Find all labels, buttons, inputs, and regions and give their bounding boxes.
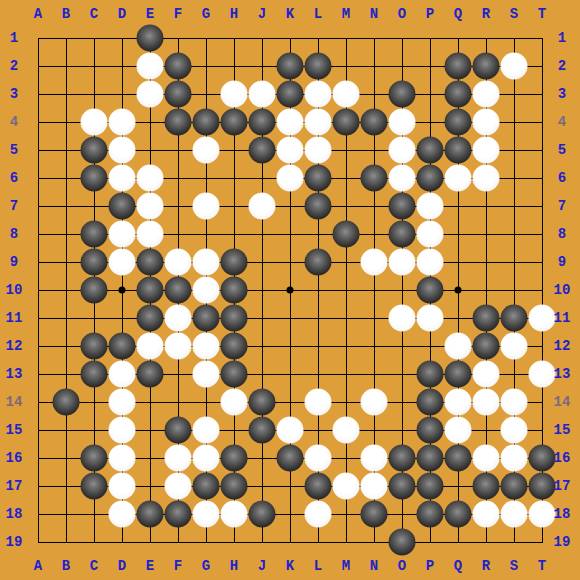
- row-label-right-9: 9: [558, 255, 566, 269]
- black-stone-G11[interactable]: [193, 305, 220, 332]
- white-stone-Q12[interactable]: [445, 333, 472, 360]
- row-label-right-14: 14: [554, 395, 571, 409]
- white-stone-D16[interactable]: [109, 445, 136, 472]
- white-stone-L5[interactable]: [305, 137, 332, 164]
- row-label-right-15: 15: [554, 423, 571, 437]
- row-label-left-4: 4: [10, 115, 18, 129]
- black-stone-J4[interactable]: [249, 109, 276, 136]
- row-label-left-11: 11: [6, 311, 23, 325]
- white-stone-S15[interactable]: [501, 417, 528, 444]
- black-stone-J14[interactable]: [249, 389, 276, 416]
- black-stone-L17[interactable]: [305, 473, 332, 500]
- row-label-right-18: 18: [554, 507, 571, 521]
- black-stone-P14[interactable]: [417, 389, 444, 416]
- black-stone-N4[interactable]: [361, 109, 388, 136]
- black-stone-C8[interactable]: [81, 221, 108, 248]
- black-stone-M4[interactable]: [333, 109, 360, 136]
- col-label-top-H: H: [230, 7, 238, 21]
- star-point-K10: [287, 287, 294, 294]
- white-stone-J7[interactable]: [249, 193, 276, 220]
- black-stone-Q3[interactable]: [445, 81, 472, 108]
- white-stone-P9[interactable]: [417, 249, 444, 276]
- black-stone-T16[interactable]: [529, 445, 556, 472]
- white-stone-L4[interactable]: [305, 109, 332, 136]
- white-stone-E7[interactable]: [137, 193, 164, 220]
- white-stone-G18[interactable]: [193, 501, 220, 528]
- white-stone-Q14[interactable]: [445, 389, 472, 416]
- white-stone-Q6[interactable]: [445, 165, 472, 192]
- black-stone-P18[interactable]: [417, 501, 444, 528]
- row-label-left-18: 18: [6, 507, 23, 521]
- black-stone-R12[interactable]: [473, 333, 500, 360]
- white-stone-S2[interactable]: [501, 53, 528, 80]
- go-board[interactable]: AABBCCDDEEFFGGHHJJKKLLMMNNOOPPQQRRSSTT11…: [0, 0, 580, 580]
- white-stone-R18[interactable]: [473, 501, 500, 528]
- black-stone-H4[interactable]: [221, 109, 248, 136]
- white-stone-R14[interactable]: [473, 389, 500, 416]
- white-stone-K15[interactable]: [277, 417, 304, 444]
- row-label-right-7: 7: [558, 199, 566, 213]
- row-label-right-1: 1: [558, 31, 566, 45]
- black-stone-K16[interactable]: [277, 445, 304, 472]
- col-label-top-R: R: [482, 7, 490, 21]
- black-stone-O16[interactable]: [389, 445, 416, 472]
- black-stone-E10[interactable]: [137, 277, 164, 304]
- black-stone-K2[interactable]: [277, 53, 304, 80]
- black-stone-F15[interactable]: [165, 417, 192, 444]
- black-stone-P15[interactable]: [417, 417, 444, 444]
- black-stone-L2[interactable]: [305, 53, 332, 80]
- white-stone-G13[interactable]: [193, 361, 220, 388]
- white-stone-O9[interactable]: [389, 249, 416, 276]
- white-stone-D14[interactable]: [109, 389, 136, 416]
- row-label-left-8: 8: [10, 227, 18, 241]
- black-stone-H17[interactable]: [221, 473, 248, 500]
- black-stone-E1[interactable]: [137, 25, 164, 52]
- white-stone-F16[interactable]: [165, 445, 192, 472]
- white-stone-O5[interactable]: [389, 137, 416, 164]
- white-stone-O6[interactable]: [389, 165, 416, 192]
- white-stone-H3[interactable]: [221, 81, 248, 108]
- black-stone-K3[interactable]: [277, 81, 304, 108]
- black-stone-F4[interactable]: [165, 109, 192, 136]
- col-label-top-P: P: [426, 7, 434, 21]
- row-label-left-16: 16: [6, 451, 23, 465]
- white-stone-G16[interactable]: [193, 445, 220, 472]
- row-label-right-19: 19: [554, 535, 571, 549]
- black-stone-E13[interactable]: [137, 361, 164, 388]
- col-label-bottom-P: P: [426, 559, 434, 573]
- col-label-top-B: B: [62, 7, 70, 21]
- col-label-bottom-R: R: [482, 559, 490, 573]
- black-stone-G17[interactable]: [193, 473, 220, 500]
- row-label-right-10: 10: [554, 283, 571, 297]
- black-stone-C6[interactable]: [81, 165, 108, 192]
- col-label-top-M: M: [342, 7, 350, 21]
- black-stone-N6[interactable]: [361, 165, 388, 192]
- col-label-bottom-K: K: [286, 559, 294, 573]
- black-stone-P17[interactable]: [417, 473, 444, 500]
- black-stone-T17[interactable]: [529, 473, 556, 500]
- white-stone-P8[interactable]: [417, 221, 444, 248]
- white-stone-S16[interactable]: [501, 445, 528, 472]
- white-stone-D4[interactable]: [109, 109, 136, 136]
- black-stone-C17[interactable]: [81, 473, 108, 500]
- row-label-right-17: 17: [554, 479, 571, 493]
- star-point-Q10: [455, 287, 462, 294]
- row-label-left-9: 9: [10, 255, 18, 269]
- white-stone-H14[interactable]: [221, 389, 248, 416]
- black-stone-O19[interactable]: [389, 529, 416, 556]
- black-stone-S17[interactable]: [501, 473, 528, 500]
- white-stone-M3[interactable]: [333, 81, 360, 108]
- black-stone-F10[interactable]: [165, 277, 192, 304]
- white-stone-S14[interactable]: [501, 389, 528, 416]
- white-stone-R16[interactable]: [473, 445, 500, 472]
- black-stone-H10[interactable]: [221, 277, 248, 304]
- black-stone-J15[interactable]: [249, 417, 276, 444]
- row-label-right-12: 12: [554, 339, 571, 353]
- white-stone-L14[interactable]: [305, 389, 332, 416]
- white-stone-F17[interactable]: [165, 473, 192, 500]
- white-stone-G7[interactable]: [193, 193, 220, 220]
- col-label-top-F: F: [174, 7, 182, 21]
- white-stone-G5[interactable]: [193, 137, 220, 164]
- black-stone-O7[interactable]: [389, 193, 416, 220]
- black-stone-O3[interactable]: [389, 81, 416, 108]
- white-stone-K6[interactable]: [277, 165, 304, 192]
- black-stone-C5[interactable]: [81, 137, 108, 164]
- row-label-left-17: 17: [6, 479, 23, 493]
- col-label-bottom-T: T: [538, 559, 546, 573]
- col-label-top-G: G: [202, 7, 210, 21]
- col-label-bottom-E: E: [146, 559, 154, 573]
- white-stone-D13[interactable]: [109, 361, 136, 388]
- col-label-bottom-D: D: [118, 559, 126, 573]
- white-stone-T11[interactable]: [529, 305, 556, 332]
- white-stone-L3[interactable]: [305, 81, 332, 108]
- white-stone-N14[interactable]: [361, 389, 388, 416]
- black-stone-F18[interactable]: [165, 501, 192, 528]
- col-label-bottom-C: C: [90, 559, 98, 573]
- black-stone-F2[interactable]: [165, 53, 192, 80]
- row-label-right-13: 13: [554, 367, 571, 381]
- white-stone-M17[interactable]: [333, 473, 360, 500]
- white-stone-P11[interactable]: [417, 305, 444, 332]
- black-stone-F3[interactable]: [165, 81, 192, 108]
- col-label-top-O: O: [398, 7, 406, 21]
- white-stone-D15[interactable]: [109, 417, 136, 444]
- col-label-bottom-M: M: [342, 559, 350, 573]
- col-label-top-J: J: [258, 7, 266, 21]
- row-label-right-6: 6: [558, 171, 566, 185]
- row-label-right-8: 8: [558, 227, 566, 241]
- row-label-left-5: 5: [10, 143, 18, 157]
- black-stone-P5[interactable]: [417, 137, 444, 164]
- row-label-left-19: 19: [6, 535, 23, 549]
- white-stone-K5[interactable]: [277, 137, 304, 164]
- white-stone-M15[interactable]: [333, 417, 360, 444]
- black-stone-O17[interactable]: [389, 473, 416, 500]
- black-stone-C12[interactable]: [81, 333, 108, 360]
- row-label-right-3: 3: [558, 87, 566, 101]
- black-stone-R11[interactable]: [473, 305, 500, 332]
- col-label-bottom-G: G: [202, 559, 210, 573]
- black-stone-Q13[interactable]: [445, 361, 472, 388]
- black-stone-C10[interactable]: [81, 277, 108, 304]
- black-stone-Q16[interactable]: [445, 445, 472, 472]
- white-stone-D8[interactable]: [109, 221, 136, 248]
- col-label-bottom-A: A: [34, 559, 42, 573]
- col-label-top-Q: Q: [454, 7, 462, 21]
- grid-line-horizontal: [38, 542, 543, 543]
- white-stone-J3[interactable]: [249, 81, 276, 108]
- white-stone-N9[interactable]: [361, 249, 388, 276]
- white-stone-E2[interactable]: [137, 53, 164, 80]
- black-stone-D7[interactable]: [109, 193, 136, 220]
- white-stone-G10[interactable]: [193, 277, 220, 304]
- white-stone-T13[interactable]: [529, 361, 556, 388]
- white-stone-L18[interactable]: [305, 501, 332, 528]
- black-stone-E18[interactable]: [137, 501, 164, 528]
- black-stone-H16[interactable]: [221, 445, 248, 472]
- black-stone-M8[interactable]: [333, 221, 360, 248]
- white-stone-R4[interactable]: [473, 109, 500, 136]
- white-stone-G15[interactable]: [193, 417, 220, 444]
- black-stone-L9[interactable]: [305, 249, 332, 276]
- col-label-top-L: L: [314, 7, 322, 21]
- white-stone-P7[interactable]: [417, 193, 444, 220]
- col-label-bottom-B: B: [62, 559, 70, 573]
- white-stone-E6[interactable]: [137, 165, 164, 192]
- star-point-D10: [119, 287, 126, 294]
- col-label-top-C: C: [90, 7, 98, 21]
- row-label-left-15: 15: [6, 423, 23, 437]
- row-label-left-6: 6: [10, 171, 18, 185]
- row-label-right-5: 5: [558, 143, 566, 157]
- black-stone-Q4[interactable]: [445, 109, 472, 136]
- white-stone-L16[interactable]: [305, 445, 332, 472]
- row-label-left-3: 3: [10, 87, 18, 101]
- white-stone-H18[interactable]: [221, 501, 248, 528]
- white-stone-S12[interactable]: [501, 333, 528, 360]
- white-stone-N16[interactable]: [361, 445, 388, 472]
- black-stone-O8[interactable]: [389, 221, 416, 248]
- col-label-top-K: K: [286, 7, 294, 21]
- black-stone-L7[interactable]: [305, 193, 332, 220]
- white-stone-E3[interactable]: [137, 81, 164, 108]
- row-label-left-10: 10: [6, 283, 23, 297]
- black-stone-Q5[interactable]: [445, 137, 472, 164]
- white-stone-E8[interactable]: [137, 221, 164, 248]
- grid-line-horizontal: [38, 318, 543, 319]
- white-stone-R5[interactable]: [473, 137, 500, 164]
- black-stone-H11[interactable]: [221, 305, 248, 332]
- col-label-bottom-S: S: [510, 559, 518, 573]
- black-stone-Q18[interactable]: [445, 501, 472, 528]
- white-stone-D9[interactable]: [109, 249, 136, 276]
- col-label-bottom-N: N: [370, 559, 378, 573]
- white-stone-O11[interactable]: [389, 305, 416, 332]
- col-label-top-T: T: [538, 7, 546, 21]
- white-stone-T18[interactable]: [529, 501, 556, 528]
- white-stone-D17[interactable]: [109, 473, 136, 500]
- white-stone-O4[interactable]: [389, 109, 416, 136]
- row-label-left-14: 14: [6, 395, 23, 409]
- white-stone-G9[interactable]: [193, 249, 220, 276]
- white-stone-R6[interactable]: [473, 165, 500, 192]
- white-stone-K4[interactable]: [277, 109, 304, 136]
- black-stone-P13[interactable]: [417, 361, 444, 388]
- black-stone-S11[interactable]: [501, 305, 528, 332]
- row-label-right-4: 4: [558, 115, 566, 129]
- col-label-bottom-L: L: [314, 559, 322, 573]
- white-stone-F12[interactable]: [165, 333, 192, 360]
- white-stone-D18[interactable]: [109, 501, 136, 528]
- white-stone-C4[interactable]: [81, 109, 108, 136]
- white-stone-E12[interactable]: [137, 333, 164, 360]
- row-label-left-13: 13: [6, 367, 23, 381]
- black-stone-P16[interactable]: [417, 445, 444, 472]
- go-board-app: AABBCCDDEEFFGGHHJJKKLLMMNNOOPPQQRRSSTT11…: [0, 0, 580, 580]
- black-stone-P10[interactable]: [417, 277, 444, 304]
- black-stone-J5[interactable]: [249, 137, 276, 164]
- white-stone-R3[interactable]: [473, 81, 500, 108]
- white-stone-G12[interactable]: [193, 333, 220, 360]
- black-stone-R2[interactable]: [473, 53, 500, 80]
- black-stone-H13[interactable]: [221, 361, 248, 388]
- col-label-bottom-J: J: [258, 559, 266, 573]
- black-stone-G4[interactable]: [193, 109, 220, 136]
- col-label-top-N: N: [370, 7, 378, 21]
- black-stone-N18[interactable]: [361, 501, 388, 528]
- col-label-bottom-O: O: [398, 559, 406, 573]
- black-stone-C9[interactable]: [81, 249, 108, 276]
- white-stone-R13[interactable]: [473, 361, 500, 388]
- black-stone-J18[interactable]: [249, 501, 276, 528]
- col-label-top-A: A: [34, 7, 42, 21]
- white-stone-F11[interactable]: [165, 305, 192, 332]
- black-stone-L6[interactable]: [305, 165, 332, 192]
- col-label-top-D: D: [118, 7, 126, 21]
- row-label-left-7: 7: [10, 199, 18, 213]
- black-stone-E11[interactable]: [137, 305, 164, 332]
- col-label-bottom-Q: Q: [454, 559, 462, 573]
- black-stone-P6[interactable]: [417, 165, 444, 192]
- row-label-left-2: 2: [10, 59, 18, 73]
- white-stone-N17[interactable]: [361, 473, 388, 500]
- white-stone-F9[interactable]: [165, 249, 192, 276]
- white-stone-Q15[interactable]: [445, 417, 472, 444]
- black-stone-H9[interactable]: [221, 249, 248, 276]
- white-stone-S18[interactable]: [501, 501, 528, 528]
- black-stone-E9[interactable]: [137, 249, 164, 276]
- row-label-left-1: 1: [10, 31, 18, 45]
- black-stone-D12[interactable]: [109, 333, 136, 360]
- black-stone-C13[interactable]: [81, 361, 108, 388]
- row-label-right-16: 16: [554, 451, 571, 465]
- col-label-bottom-H: H: [230, 559, 238, 573]
- white-stone-D5[interactable]: [109, 137, 136, 164]
- col-label-top-S: S: [510, 7, 518, 21]
- row-label-left-12: 12: [6, 339, 23, 353]
- black-stone-R17[interactable]: [473, 473, 500, 500]
- row-label-right-11: 11: [554, 311, 571, 325]
- col-label-bottom-F: F: [174, 559, 182, 573]
- col-label-top-E: E: [146, 7, 154, 21]
- white-stone-D6[interactable]: [109, 165, 136, 192]
- black-stone-H12[interactable]: [221, 333, 248, 360]
- black-stone-Q2[interactable]: [445, 53, 472, 80]
- row-label-right-2: 2: [558, 59, 566, 73]
- black-stone-C16[interactable]: [81, 445, 108, 472]
- black-stone-B14[interactable]: [53, 389, 80, 416]
